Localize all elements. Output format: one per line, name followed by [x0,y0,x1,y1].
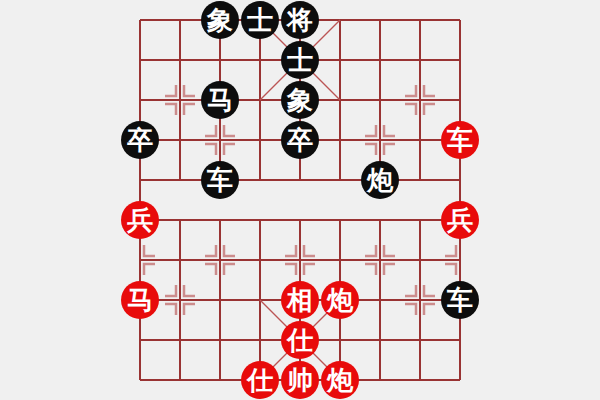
board-point[interactable]: 卒 [280,120,320,160]
piece-black-soldier[interactable]: 卒 [121,121,159,159]
piece-red-elephant[interactable]: 相 [281,281,319,319]
board-point[interactable]: 炮 [320,360,360,400]
piece-red-chariot[interactable]: 车 [441,121,479,159]
board-point[interactable]: 相 [280,280,320,320]
piece-red-soldier[interactable]: 兵 [121,201,159,239]
piece-red-advisor[interactable]: 仕 [241,361,279,399]
piece-black-soldier[interactable]: 卒 [281,121,319,159]
board-point[interactable]: 象 [280,80,320,120]
piece-red-cannon[interactable]: 炮 [321,281,359,319]
piece-red-advisor[interactable]: 仕 [281,321,319,359]
board-point[interactable]: 仕 [280,320,320,360]
board-point[interactable]: 炮 [320,280,360,320]
board-point[interactable]: 马 [200,80,240,120]
board-point[interactable]: 卒 [120,120,160,160]
board-point[interactable]: 将 [280,0,320,40]
piece-black-general[interactable]: 将 [281,1,319,39]
piece-black-chariot[interactable]: 车 [201,161,239,199]
board-point[interactable]: 车 [440,120,480,160]
board-point[interactable]: 仕 [240,360,280,400]
xiangqi-app: 象士将士马象卒卒车车炮兵兵马相炮车仕仕帅炮 [0,0,600,400]
piece-black-elephant[interactable]: 象 [281,81,319,119]
piece-black-chariot[interactable]: 车 [441,281,479,319]
board-point[interactable]: 士 [240,0,280,40]
piece-black-horse[interactable]: 马 [201,81,239,119]
board-point[interactable]: 炮 [360,160,400,200]
piece-black-advisor[interactable]: 士 [281,41,319,79]
board-point[interactable]: 马 [120,280,160,320]
piece-red-cannon[interactable]: 炮 [321,361,359,399]
piece-black-elephant[interactable]: 象 [201,1,239,39]
piece-black-advisor[interactable]: 士 [241,1,279,39]
board-point[interactable]: 象 [200,0,240,40]
xiangqi-board[interactable]: 象士将士马象卒卒车车炮兵兵马相炮车仕仕帅炮 [120,0,480,400]
piece-black-cannon[interactable]: 炮 [361,161,399,199]
board-point[interactable]: 帅 [280,360,320,400]
board-point[interactable]: 车 [440,280,480,320]
piece-red-horse[interactable]: 马 [121,281,159,319]
piece-red-general[interactable]: 帅 [281,361,319,399]
board-point[interactable]: 兵 [120,200,160,240]
board-point[interactable]: 兵 [440,200,480,240]
board-point[interactable]: 士 [280,40,320,80]
piece-red-soldier[interactable]: 兵 [441,201,479,239]
board-point[interactable]: 车 [200,160,240,200]
